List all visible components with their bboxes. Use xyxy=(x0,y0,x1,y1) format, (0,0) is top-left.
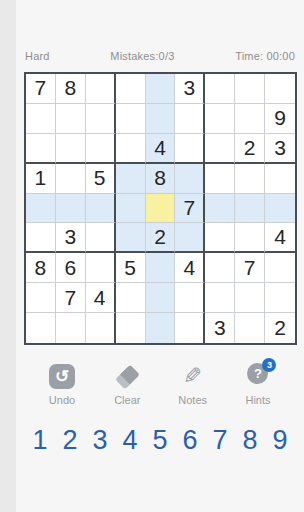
cell-r6c3[interactable] xyxy=(86,223,116,253)
cell-r3c1[interactable] xyxy=(26,134,56,164)
cell-r5c3[interactable] xyxy=(86,194,116,224)
cell-r9c9[interactable]: 2 xyxy=(265,313,295,343)
cell-r3c3[interactable] xyxy=(86,134,116,164)
cell-r9c4[interactable] xyxy=(116,313,146,343)
cell-r7c8[interactable]: 7 xyxy=(235,253,265,283)
cell-r4c8[interactable] xyxy=(235,164,265,194)
cell-r9c1[interactable] xyxy=(26,313,56,343)
cell-r5c6[interactable]: 7 xyxy=(175,194,205,224)
cell-r2c8[interactable] xyxy=(235,104,265,134)
cell-r4c5[interactable]: 8 xyxy=(146,164,176,194)
eraser-icon xyxy=(117,363,138,390)
undo-button[interactable]: ↺ Undo xyxy=(38,363,86,406)
cell-r6c6[interactable] xyxy=(175,223,205,253)
cell-r3c9[interactable]: 3 xyxy=(265,134,295,164)
cell-r3c5[interactable]: 4 xyxy=(146,134,176,164)
numpad-key-4[interactable]: 4 xyxy=(117,424,143,456)
cell-r7c1[interactable]: 8 xyxy=(26,253,56,283)
cell-r8c5[interactable] xyxy=(146,283,176,313)
hints-label: Hints xyxy=(245,394,270,406)
undo-icon: ↺ xyxy=(49,363,75,390)
cell-r1c9[interactable] xyxy=(265,74,295,104)
status-bar: Hard Mistakes:0/3 Time: 00:00 xyxy=(25,50,295,62)
cell-r6c4[interactable] xyxy=(116,223,146,253)
cell-r8c7[interactable] xyxy=(205,283,235,313)
cell-r6c9[interactable]: 4 xyxy=(265,223,295,253)
cell-r5c2[interactable] xyxy=(56,194,86,224)
cell-r4c3[interactable]: 5 xyxy=(86,164,116,194)
numpad-key-1[interactable]: 1 xyxy=(27,424,53,456)
number-pad: 123456789 xyxy=(27,424,293,456)
cell-r8c2[interactable]: 7 xyxy=(56,283,86,313)
cell-r4c6[interactable] xyxy=(175,164,205,194)
cell-r2c5[interactable] xyxy=(146,104,176,134)
cell-r7c2[interactable]: 6 xyxy=(56,253,86,283)
numpad-key-3[interactable]: 3 xyxy=(87,424,113,456)
cell-r6c1[interactable] xyxy=(26,223,56,253)
timer: Time: 00:00 xyxy=(235,50,295,62)
cell-r7c9[interactable] xyxy=(265,253,295,283)
cell-r8c4[interactable] xyxy=(116,283,146,313)
cell-r9c2[interactable] xyxy=(56,313,86,343)
cell-r9c5[interactable] xyxy=(146,313,176,343)
cell-r1c2[interactable]: 8 xyxy=(56,74,86,104)
cell-r4c4[interactable] xyxy=(116,164,146,194)
cell-r1c8[interactable] xyxy=(235,74,265,104)
cell-r2c4[interactable] xyxy=(116,104,146,134)
hints-button[interactable]: ? 3 Hints xyxy=(234,363,282,406)
cell-r9c7[interactable]: 3 xyxy=(205,313,235,343)
cell-r2c7[interactable] xyxy=(205,104,235,134)
cell-r7c3[interactable] xyxy=(86,253,116,283)
cell-r1c7[interactable] xyxy=(205,74,235,104)
numpad-key-5[interactable]: 5 xyxy=(147,424,173,456)
cell-r6c5[interactable]: 2 xyxy=(146,223,176,253)
cell-r9c6[interactable] xyxy=(175,313,205,343)
sudoku-app-screen: Hard Mistakes:0/3 Time: 00:00 7839423158… xyxy=(16,0,304,512)
notes-button[interactable]: ✎ Notes xyxy=(169,363,217,406)
pencil-icon: ✎ xyxy=(183,363,202,390)
cell-r5c9[interactable] xyxy=(265,194,295,224)
cell-r5c7[interactable] xyxy=(205,194,235,224)
clear-label: Clear xyxy=(114,394,140,406)
cell-r1c5[interactable] xyxy=(146,74,176,104)
toolbar: ↺ Undo Clear ✎ Notes ? 3 Hints xyxy=(16,363,304,406)
cell-r4c7[interactable] xyxy=(205,164,235,194)
cell-r1c3[interactable] xyxy=(86,74,116,104)
cell-r2c3[interactable] xyxy=(86,104,116,134)
cell-r5c4[interactable] xyxy=(116,194,146,224)
cell-r7c6[interactable]: 4 xyxy=(175,253,205,283)
cell-r8c9[interactable] xyxy=(265,283,295,313)
cell-r2c1[interactable] xyxy=(26,104,56,134)
mistakes-counter: Mistakes:0/3 xyxy=(110,50,174,62)
cell-r8c8[interactable] xyxy=(235,283,265,313)
cell-r4c9[interactable] xyxy=(265,164,295,194)
numpad-key-2[interactable]: 2 xyxy=(57,424,83,456)
hints-count-badge: 3 xyxy=(262,358,276,372)
sudoku-board: 78394231587324865477432 xyxy=(24,72,297,345)
cell-r7c7[interactable] xyxy=(205,253,235,283)
cell-r8c6[interactable] xyxy=(175,283,205,313)
cell-r3c8[interactable]: 2 xyxy=(235,134,265,164)
cell-r1c1[interactable]: 7 xyxy=(26,74,56,104)
cell-r6c2[interactable]: 3 xyxy=(56,223,86,253)
cell-r3c4[interactable] xyxy=(116,134,146,164)
cell-r1c6[interactable]: 3 xyxy=(175,74,205,104)
difficulty-label: Hard xyxy=(25,50,50,62)
cell-r3c6[interactable] xyxy=(175,134,205,164)
cell-r7c4[interactable]: 5 xyxy=(116,253,146,283)
cell-r5c1[interactable] xyxy=(26,194,56,224)
cell-r6c8[interactable] xyxy=(235,223,265,253)
numpad-key-6[interactable]: 6 xyxy=(177,424,203,456)
cell-r4c2[interactable] xyxy=(56,164,86,194)
hint-bulb-icon: ? 3 xyxy=(247,363,268,390)
cell-r5c5[interactable] xyxy=(146,194,176,224)
cell-r8c3[interactable]: 4 xyxy=(86,283,116,313)
cell-r8c1[interactable] xyxy=(26,283,56,313)
cell-r7c5[interactable] xyxy=(146,253,176,283)
numpad-key-7[interactable]: 7 xyxy=(207,424,233,456)
undo-label: Undo xyxy=(49,394,75,406)
cell-r9c3[interactable] xyxy=(86,313,116,343)
cell-r6c7[interactable] xyxy=(205,223,235,253)
numpad-key-8[interactable]: 8 xyxy=(237,424,263,456)
cell-r1c4[interactable] xyxy=(116,74,146,104)
cell-r2c9[interactable]: 9 xyxy=(265,104,295,134)
cell-r2c6[interactable] xyxy=(175,104,205,134)
cell-r4c1[interactable]: 1 xyxy=(26,164,56,194)
numpad-key-9[interactable]: 9 xyxy=(267,424,293,456)
notes-label: Notes xyxy=(178,394,207,406)
cell-r5c8[interactable] xyxy=(235,194,265,224)
cell-r2c2[interactable] xyxy=(56,104,86,134)
cell-r9c8[interactable] xyxy=(235,313,265,343)
cell-r3c7[interactable] xyxy=(205,134,235,164)
cell-r3c2[interactable] xyxy=(56,134,86,164)
clear-button[interactable]: Clear xyxy=(103,363,151,406)
